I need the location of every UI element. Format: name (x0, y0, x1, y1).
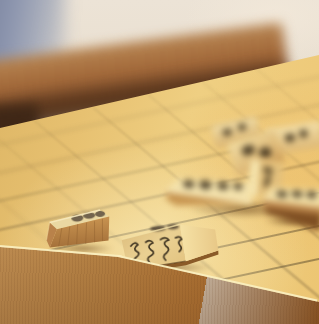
piece-face-text: illegible (out of focus) (169, 171, 170, 172)
piece-body (259, 182, 319, 231)
piece-face-text: illegible (out of focus) (264, 182, 265, 183)
shogi-board-photo: illegible (out of focus) illegible (out … (0, 0, 319, 324)
shogi-piece-blurred-5: illegible (out of focus) (259, 182, 319, 231)
kanji-ink (306, 191, 317, 199)
piece-face-down-graphic (43, 206, 117, 256)
shogi-piece-focused-left: (face hidden — only an ink sliver visibl… (43, 206, 117, 256)
